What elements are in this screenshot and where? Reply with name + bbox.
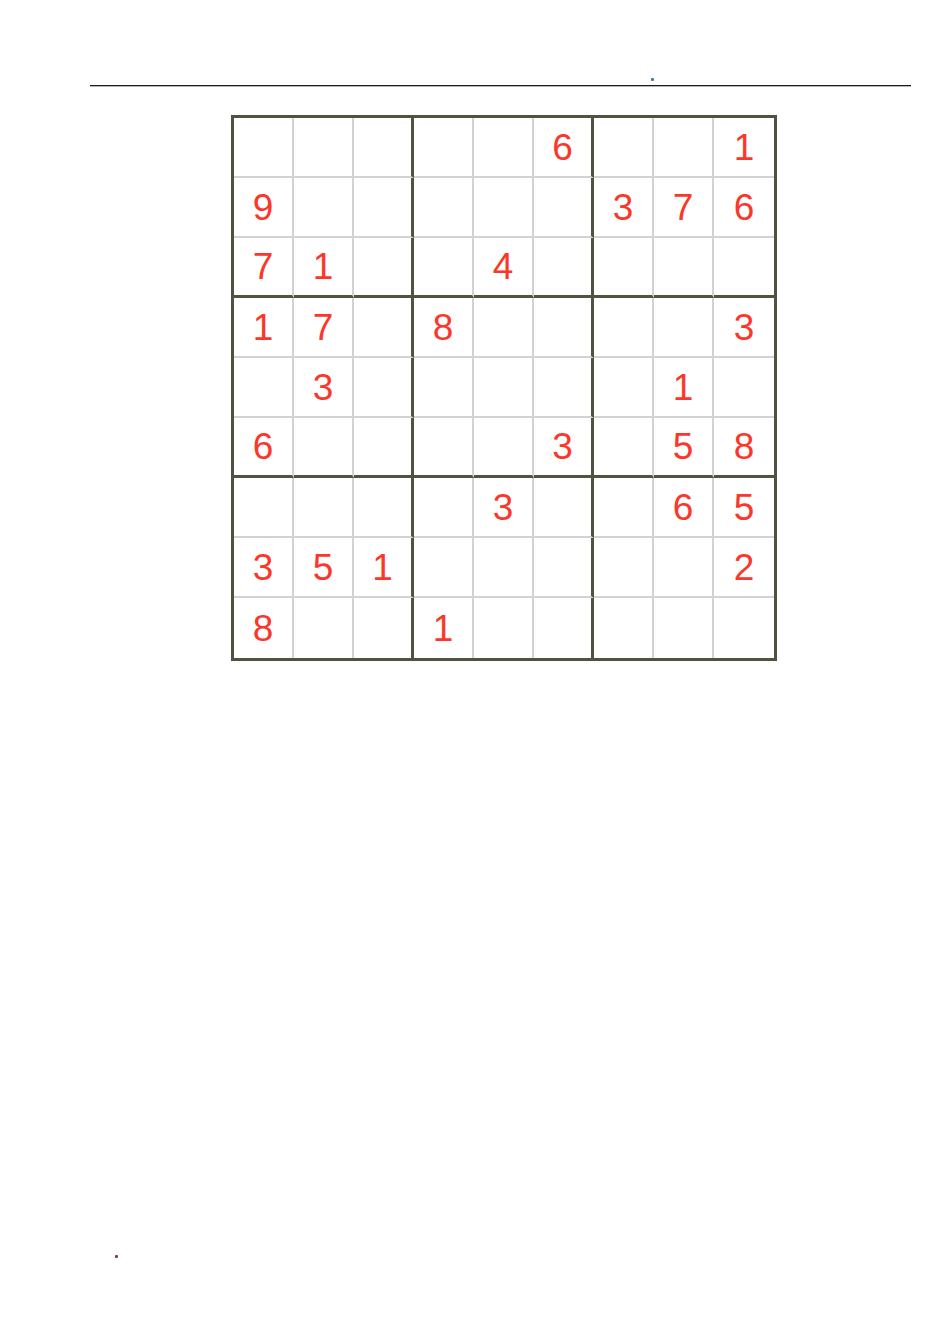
cell-r2c9: 6 — [714, 178, 774, 238]
horizontal-rule — [90, 85, 911, 87]
cell-r5c7 — [594, 358, 654, 418]
stray-dot-teal — [651, 78, 654, 81]
cell-r9c9 — [714, 598, 774, 658]
cell-r2c8: 7 — [654, 178, 714, 238]
cell-r1c8 — [654, 118, 714, 178]
cell-r3c3 — [354, 238, 414, 298]
cell-r3c4 — [414, 238, 474, 298]
cell-r5c8: 1 — [654, 358, 714, 418]
cell-r6c4 — [414, 418, 474, 478]
cell-r7c3 — [354, 478, 414, 538]
cell-r6c5 — [474, 418, 534, 478]
cell-r5c9 — [714, 358, 774, 418]
cell-r8c9: 2 — [714, 538, 774, 598]
cell-r3c2: 1 — [294, 238, 354, 298]
cell-r5c3 — [354, 358, 414, 418]
cell-r6c8: 5 — [654, 418, 714, 478]
cell-r1c4 — [414, 118, 474, 178]
cell-r2c1: 9 — [234, 178, 294, 238]
cell-r9c5 — [474, 598, 534, 658]
cell-r4c5 — [474, 298, 534, 358]
cell-r3c5: 4 — [474, 238, 534, 298]
cell-r5c6 — [534, 358, 594, 418]
cell-r9c2 — [294, 598, 354, 658]
cell-r7c6 — [534, 478, 594, 538]
cell-r2c5 — [474, 178, 534, 238]
cell-r7c8: 6 — [654, 478, 714, 538]
cell-r3c8 — [654, 238, 714, 298]
cell-r1c7 — [594, 118, 654, 178]
cell-r4c1: 1 — [234, 298, 294, 358]
cell-r6c9: 8 — [714, 418, 774, 478]
cell-r5c2: 3 — [294, 358, 354, 418]
cell-r4c7 — [594, 298, 654, 358]
cell-r9c3 — [354, 598, 414, 658]
cell-r8c1: 3 — [234, 538, 294, 598]
cell-r4c9: 3 — [714, 298, 774, 358]
cell-r7c9: 5 — [714, 478, 774, 538]
cell-r3c7 — [594, 238, 654, 298]
cell-r7c4 — [414, 478, 474, 538]
cell-r7c5: 3 — [474, 478, 534, 538]
cell-r8c4 — [414, 538, 474, 598]
cell-r9c4: 1 — [414, 598, 474, 658]
cell-r4c2: 7 — [294, 298, 354, 358]
cell-r1c5 — [474, 118, 534, 178]
cell-r2c4 — [414, 178, 474, 238]
cell-r2c7: 3 — [594, 178, 654, 238]
cell-r1c1 — [234, 118, 294, 178]
cell-r8c5 — [474, 538, 534, 598]
cell-r8c3: 1 — [354, 538, 414, 598]
cell-r6c7 — [594, 418, 654, 478]
cell-r8c2: 5 — [294, 538, 354, 598]
cell-r6c2 — [294, 418, 354, 478]
stray-dot-maroon — [115, 1255, 118, 1258]
cell-r1c2 — [294, 118, 354, 178]
cell-r9c1: 8 — [234, 598, 294, 658]
cell-r2c2 — [294, 178, 354, 238]
cell-r4c4: 8 — [414, 298, 474, 358]
cell-r5c5 — [474, 358, 534, 418]
cell-r3c1: 7 — [234, 238, 294, 298]
cell-r7c2 — [294, 478, 354, 538]
cell-r5c4 — [414, 358, 474, 418]
cell-r4c6 — [534, 298, 594, 358]
cell-r2c3 — [354, 178, 414, 238]
cell-r7c7 — [594, 478, 654, 538]
cell-r5c1 — [234, 358, 294, 418]
cell-r6c1: 6 — [234, 418, 294, 478]
cell-r9c8 — [654, 598, 714, 658]
cell-r6c3 — [354, 418, 414, 478]
cell-r6c6: 3 — [534, 418, 594, 478]
cell-r1c6: 6 — [534, 118, 594, 178]
cell-r8c7 — [594, 538, 654, 598]
cell-r1c3 — [354, 118, 414, 178]
cell-r2c6 — [534, 178, 594, 238]
cell-r9c7 — [594, 598, 654, 658]
cell-r8c8 — [654, 538, 714, 598]
cell-r4c8 — [654, 298, 714, 358]
cell-r9c6 — [534, 598, 594, 658]
cell-r3c9 — [714, 238, 774, 298]
cell-r3c6 — [534, 238, 594, 298]
cell-r7c1 — [234, 478, 294, 538]
cell-r1c9: 1 — [714, 118, 774, 178]
cell-r4c3 — [354, 298, 414, 358]
sudoku-board: 6193767141783316358365351281 — [231, 115, 777, 661]
cell-r8c6 — [534, 538, 594, 598]
document-page: 6193767141783316358365351281 — [0, 0, 945, 1337]
